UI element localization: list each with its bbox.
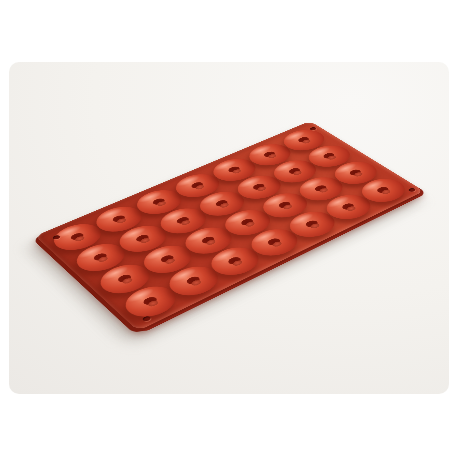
screenshot-stage — [0, 0, 458, 458]
